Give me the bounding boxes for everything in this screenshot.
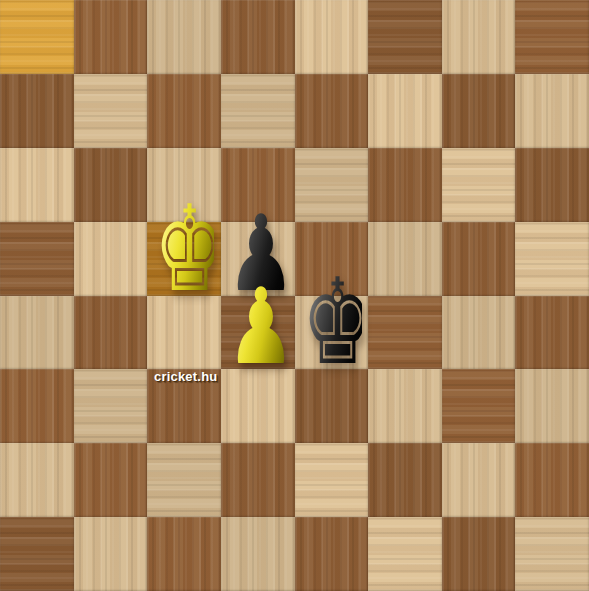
square-g6[interactable] <box>442 148 516 222</box>
square-g1[interactable] <box>442 517 516 591</box>
square-f6[interactable] <box>368 148 442 222</box>
square-e1[interactable] <box>295 517 369 591</box>
square-h2[interactable] <box>515 443 589 517</box>
square-f4[interactable] <box>368 296 442 370</box>
square-b6[interactable] <box>74 148 148 222</box>
square-e2[interactable] <box>295 443 369 517</box>
square-d1[interactable] <box>221 517 295 591</box>
piece-black-king-e4[interactable]: ♚ <box>301 264 361 382</box>
watermark: cricket.hu <box>154 369 217 384</box>
square-h5[interactable] <box>515 222 589 296</box>
square-c8[interactable] <box>147 0 221 74</box>
square-b3[interactable] <box>74 369 148 443</box>
square-b4[interactable] <box>74 296 148 370</box>
piece-white-pawn-d4[interactable]: ♟ <box>226 275 289 380</box>
square-d7[interactable] <box>221 74 295 148</box>
square-g8[interactable] <box>442 0 516 74</box>
square-a4[interactable] <box>0 296 74 370</box>
square-f8[interactable] <box>368 0 442 74</box>
square-f7[interactable] <box>368 74 442 148</box>
square-a1[interactable] <box>0 517 74 591</box>
square-h1[interactable] <box>515 517 589 591</box>
square-c7[interactable] <box>147 74 221 148</box>
square-d8[interactable] <box>221 0 295 74</box>
square-f5[interactable] <box>368 222 442 296</box>
square-a3[interactable] <box>0 369 74 443</box>
square-a2[interactable] <box>0 443 74 517</box>
square-g7[interactable] <box>442 74 516 148</box>
square-b2[interactable] <box>74 443 148 517</box>
square-e8[interactable] <box>295 0 369 74</box>
square-b5[interactable] <box>74 222 148 296</box>
square-h6[interactable] <box>515 148 589 222</box>
square-d2[interactable] <box>221 443 295 517</box>
square-c1[interactable] <box>147 517 221 591</box>
square-c2[interactable] <box>147 443 221 517</box>
square-a7[interactable] <box>0 74 74 148</box>
square-h4[interactable] <box>515 296 589 370</box>
square-b1[interactable] <box>74 517 148 591</box>
square-h3[interactable] <box>515 369 589 443</box>
square-e7[interactable] <box>295 74 369 148</box>
square-f1[interactable] <box>368 517 442 591</box>
square-g2[interactable] <box>442 443 516 517</box>
square-b7[interactable] <box>74 74 148 148</box>
square-g3[interactable] <box>442 369 516 443</box>
square-b8[interactable] <box>74 0 148 74</box>
square-f3[interactable] <box>368 369 442 443</box>
piece-white-king-c5[interactable]: ♚ <box>154 190 214 308</box>
square-e6[interactable] <box>295 148 369 222</box>
square-g5[interactable] <box>442 222 516 296</box>
chess-app: ♚♟♟♚ cricket.hu <box>0 0 589 591</box>
square-g4[interactable] <box>442 296 516 370</box>
square-a6[interactable] <box>0 148 74 222</box>
square-h8[interactable] <box>515 0 589 74</box>
square-a8[interactable] <box>0 0 74 74</box>
square-a5[interactable] <box>0 222 74 296</box>
square-f2[interactable] <box>368 443 442 517</box>
square-h7[interactable] <box>515 74 589 148</box>
